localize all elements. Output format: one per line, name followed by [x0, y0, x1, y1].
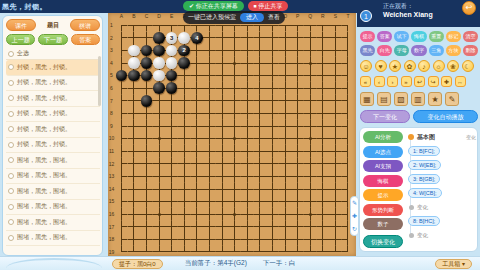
- board-point-B3[interactable]: [128, 44, 141, 57]
- prev-problem-button[interactable]: 上一题: [6, 34, 35, 45]
- board-point-D12[interactable]: [153, 158, 166, 171]
- ai-button-AI选点[interactable]: AI选点: [363, 146, 403, 158]
- board-point-A4[interactable]: [115, 57, 128, 70]
- board-point-O18[interactable]: [279, 233, 292, 246]
- board-point-N14[interactable]: [266, 183, 279, 196]
- problem-list-item[interactable]: 围堵，黑先，围堵。: [6, 169, 100, 185]
- board-point-G4[interactable]: [191, 57, 204, 70]
- board-point-Q16[interactable]: [304, 208, 317, 221]
- move-node[interactable]: 3: B[GB];: [408, 174, 440, 184]
- board-point-C8[interactable]: [140, 107, 153, 120]
- board-point-E10[interactable]: [165, 132, 178, 145]
- board-point-T9[interactable]: [342, 120, 355, 133]
- board-point-H3[interactable]: [203, 44, 216, 57]
- board-point-E7[interactable]: [165, 95, 178, 108]
- board-point-A9[interactable]: [115, 120, 128, 133]
- board-point-E3[interactable]: [165, 44, 178, 57]
- board-point-T6[interactable]: [342, 82, 355, 95]
- board-point-G6[interactable]: [191, 82, 204, 95]
- board-point-F5[interactable]: [178, 69, 191, 82]
- board-point-K18[interactable]: [228, 233, 241, 246]
- board-point-O3[interactable]: [279, 44, 292, 57]
- board-point-C18[interactable]: [140, 233, 153, 246]
- board-point-L3[interactable]: [241, 44, 254, 57]
- board-point-D11[interactable]: [153, 145, 166, 158]
- board-point-M2[interactable]: [254, 32, 267, 45]
- board-point-H16[interactable]: [203, 208, 216, 221]
- board-point-P15[interactable]: [291, 195, 304, 208]
- board-point-E18[interactable]: [165, 233, 178, 246]
- board-point-L17[interactable]: [241, 221, 254, 234]
- board-point-S8[interactable]: [329, 107, 342, 120]
- board-point-M10[interactable]: [254, 132, 267, 145]
- board-point-C1[interactable]: [140, 19, 153, 32]
- emoji-button-0[interactable]: ☺: [360, 60, 372, 72]
- ai-button-提示[interactable]: 提示: [363, 189, 403, 201]
- board-point-A12[interactable]: [115, 158, 128, 171]
- board-point-C14[interactable]: [140, 183, 153, 196]
- board-point-G8[interactable]: [191, 107, 204, 120]
- board-point-D5[interactable]: [153, 69, 166, 82]
- board-point-K15[interactable]: [228, 195, 241, 208]
- board-point-B11[interactable]: [128, 145, 141, 158]
- problem-checkbox[interactable]: [8, 188, 14, 194]
- board-point-L8[interactable]: [241, 107, 254, 120]
- board-point-T10[interactable]: [342, 132, 355, 145]
- board-point-B17[interactable]: [128, 221, 141, 234]
- board-point-F2[interactable]: [178, 32, 191, 45]
- problem-checkbox[interactable]: [8, 204, 14, 210]
- board-point-R9[interactable]: [317, 120, 330, 133]
- board-point-C11[interactable]: [140, 145, 153, 158]
- board-point-N4[interactable]: [266, 57, 279, 70]
- board-point-E17[interactable]: [165, 221, 178, 234]
- board-point-J17[interactable]: [216, 221, 229, 234]
- tool-button-提示[interactable]: 提示: [360, 31, 375, 42]
- board-point-M9[interactable]: [254, 120, 267, 133]
- board-point-J5[interactable]: [216, 69, 229, 82]
- board-point-E4[interactable]: [165, 57, 178, 70]
- board-point-F13[interactable]: [178, 170, 191, 183]
- tool-button-重置[interactable]: 重置: [429, 31, 444, 42]
- board-point-N18[interactable]: [266, 233, 279, 246]
- board-point-K12[interactable]: [228, 158, 241, 171]
- board-point-H17[interactable]: [203, 221, 216, 234]
- board-point-F10[interactable]: [178, 132, 191, 145]
- board-point-P4[interactable]: [291, 57, 304, 70]
- board-point-Q17[interactable]: [304, 221, 317, 234]
- board-point-F7[interactable]: [178, 95, 191, 108]
- board-point-R17[interactable]: [317, 221, 330, 234]
- board-point-D14[interactable]: [153, 183, 166, 196]
- board-point-G5[interactable]: [191, 69, 204, 82]
- board-point-T1[interactable]: [342, 19, 355, 32]
- board-point-R2[interactable]: [317, 32, 330, 45]
- wood-button-0[interactable]: ▦: [360, 92, 374, 106]
- board-point-P7[interactable]: [291, 95, 304, 108]
- board-point-B8[interactable]: [128, 107, 141, 120]
- problem-list-item[interactable]: 围堵，黑先，围堵。: [6, 215, 100, 231]
- board-point-G17[interactable]: [191, 221, 204, 234]
- problem-list-item[interactable]: 封锁，黑先，封锁。: [6, 138, 100, 154]
- board-point-Q5[interactable]: [304, 69, 317, 82]
- move-node[interactable]: 1: B[FC];: [408, 146, 440, 156]
- wood-button-5[interactable]: ✎: [445, 92, 459, 106]
- board-point-H18[interactable]: [203, 233, 216, 246]
- emoji-button-4[interactable]: ♪: [418, 60, 430, 72]
- board-point-L7[interactable]: [241, 95, 254, 108]
- board-point-S17[interactable]: [329, 221, 342, 234]
- board-point-G12[interactable]: [191, 158, 204, 171]
- problem-checkbox[interactable]: [8, 173, 14, 179]
- board-point-N6[interactable]: [266, 82, 279, 95]
- problem-checkbox[interactable]: [8, 157, 14, 163]
- board-point-L4[interactable]: [241, 57, 254, 70]
- board-point-K10[interactable]: [228, 132, 241, 145]
- wood-button-1[interactable]: ▤: [377, 92, 391, 106]
- board-point-O11[interactable]: [279, 145, 292, 158]
- board-point-O12[interactable]: [279, 158, 292, 171]
- problem-checkbox[interactable]: [8, 126, 14, 132]
- board-point-M13[interactable]: [254, 170, 267, 183]
- board-point-F3[interactable]: 2: [178, 44, 191, 57]
- board-point-G15[interactable]: [191, 195, 204, 208]
- nav-button-0[interactable]: «: [360, 76, 371, 87]
- board-point-C16[interactable]: [140, 208, 153, 221]
- board-point-N8[interactable]: [266, 107, 279, 120]
- board-point-B6[interactable]: [128, 82, 141, 95]
- board-point-C5[interactable]: [140, 69, 153, 82]
- board-point-G3[interactable]: [191, 44, 204, 57]
- board-point-L10[interactable]: [241, 132, 254, 145]
- board-point-Q6[interactable]: [304, 82, 317, 95]
- board-point-T2[interactable]: [342, 32, 355, 45]
- board-point-C4[interactable]: [140, 57, 153, 70]
- move-node[interactable]: 8: B[HC];: [408, 216, 440, 226]
- emoji-button-2[interactable]: ★: [389, 60, 401, 72]
- board-point-J9[interactable]: [216, 120, 229, 133]
- board-point-D1[interactable]: [153, 19, 166, 32]
- board-point-O10[interactable]: [279, 132, 292, 145]
- board-point-C3[interactable]: [140, 44, 153, 57]
- board-point-R13[interactable]: [317, 170, 330, 183]
- board-point-B1[interactable]: [128, 19, 141, 32]
- problem-list-item[interactable]: 围堵，黑先，围堵。: [6, 231, 100, 247]
- board-point-N10[interactable]: [266, 132, 279, 145]
- board-point-A6[interactable]: [115, 82, 128, 95]
- board-point-P10[interactable]: [291, 132, 304, 145]
- problem-checkbox[interactable]: [8, 235, 14, 241]
- ai-button-AI分析[interactable]: AI分析: [363, 131, 403, 143]
- nav-button-4[interactable]: ↩: [414, 76, 425, 87]
- board-point-J7[interactable]: [216, 95, 229, 108]
- board-point-J8[interactable]: [216, 107, 229, 120]
- board-point-J16[interactable]: [216, 208, 229, 221]
- board-point-R7[interactable]: [317, 95, 330, 108]
- board-point-M16[interactable]: [254, 208, 267, 221]
- board-point-S12[interactable]: [329, 158, 342, 171]
- tool-button-悔棋[interactable]: 悔棋: [411, 31, 426, 42]
- board-point-D3[interactable]: [153, 44, 166, 57]
- board-point-Q7[interactable]: [304, 95, 317, 108]
- board-point-F18[interactable]: [178, 233, 191, 246]
- tool-button-答案[interactable]: 答案: [377, 31, 392, 42]
- board-point-S11[interactable]: [329, 145, 342, 158]
- board-point-J14[interactable]: [216, 183, 229, 196]
- ai-button-数子[interactable]: 数子: [363, 218, 403, 230]
- tool-button-数字[interactable]: 数字: [411, 45, 426, 56]
- board-point-N9[interactable]: [266, 120, 279, 133]
- board-point-L12[interactable]: [241, 158, 254, 171]
- board-point-F6[interactable]: [178, 82, 191, 95]
- tool-button-标记[interactable]: 标记: [446, 31, 461, 42]
- board-point-G16[interactable]: [191, 208, 204, 221]
- board-point-O6[interactable]: [279, 82, 292, 95]
- board-point-S6[interactable]: [329, 82, 342, 95]
- board-point-S13[interactable]: [329, 170, 342, 183]
- wood-button-3[interactable]: ▥: [411, 92, 425, 106]
- problem-checkbox[interactable]: [8, 219, 14, 225]
- board-point-E6[interactable]: [165, 82, 178, 95]
- board-point-A10[interactable]: [115, 132, 128, 145]
- board-point-N2[interactable]: [266, 32, 279, 45]
- board-point-A17[interactable]: [115, 221, 128, 234]
- board-point-N13[interactable]: [266, 170, 279, 183]
- board-point-A3[interactable]: [115, 44, 128, 57]
- tool-button-清空[interactable]: 清空: [463, 31, 478, 42]
- board-point-E11[interactable]: [165, 145, 178, 158]
- board-point-S15[interactable]: [329, 195, 342, 208]
- board-point-P14[interactable]: [291, 183, 304, 196]
- board-point-H15[interactable]: [203, 195, 216, 208]
- problem-checkbox[interactable]: [8, 142, 14, 148]
- board-point-R1[interactable]: [317, 19, 330, 32]
- board-point-K6[interactable]: [228, 82, 241, 95]
- board-point-F16[interactable]: [178, 208, 191, 221]
- board-point-O15[interactable]: [279, 195, 292, 208]
- board-point-K5[interactable]: [228, 69, 241, 82]
- board-point-J11[interactable]: [216, 145, 229, 158]
- board-point-S5[interactable]: [329, 69, 342, 82]
- board-point-N11[interactable]: [266, 145, 279, 158]
- board-point-L2[interactable]: [241, 32, 254, 45]
- board-point-Q1[interactable]: [304, 19, 317, 32]
- nav-button-2[interactable]: ›: [387, 76, 398, 87]
- board-point-Q11[interactable]: [304, 145, 317, 158]
- wood-button-4[interactable]: ★: [428, 92, 442, 106]
- board-point-O9[interactable]: [279, 120, 292, 133]
- board-point-R4[interactable]: [317, 57, 330, 70]
- board-point-P8[interactable]: [291, 107, 304, 120]
- board-point-O14[interactable]: [279, 183, 292, 196]
- board-point-T14[interactable]: [342, 183, 355, 196]
- board-point-T11[interactable]: [342, 145, 355, 158]
- board-point-K7[interactable]: [228, 95, 241, 108]
- board-point-M12[interactable]: [254, 158, 267, 171]
- board-point-K11[interactable]: [228, 145, 241, 158]
- board-point-P6[interactable]: [291, 82, 304, 95]
- stop-share-button[interactable]: ⏹ 停止共享: [248, 1, 289, 11]
- board-point-F12[interactable]: [178, 158, 191, 171]
- board-point-F15[interactable]: [178, 195, 191, 208]
- nav-button-1[interactable]: ‹: [374, 76, 385, 87]
- problem-list-item[interactable]: 围堵，黑先，围堵。: [6, 200, 100, 216]
- board-point-K8[interactable]: [228, 107, 241, 120]
- board-point-Q3[interactable]: [304, 44, 317, 57]
- board-point-R10[interactable]: [317, 132, 330, 145]
- board-point-H13[interactable]: [203, 170, 216, 183]
- board-point-M8[interactable]: [254, 107, 267, 120]
- board-point-B9[interactable]: [128, 120, 141, 133]
- board-point-O8[interactable]: [279, 107, 292, 120]
- board-point-A1[interactable]: [115, 19, 128, 32]
- problem-list-item[interactable]: 封锁，黑先，封锁。: [6, 76, 100, 92]
- board-point-M4[interactable]: [254, 57, 267, 70]
- board-point-A11[interactable]: [115, 145, 128, 158]
- sidebar-scrollbar[interactable]: [98, 56, 101, 106]
- board-point-Q9[interactable]: [304, 120, 317, 133]
- board-point-L5[interactable]: [241, 69, 254, 82]
- board-point-S10[interactable]: [329, 132, 342, 145]
- board-point-P3[interactable]: [291, 44, 304, 57]
- board-point-O5[interactable]: [279, 69, 292, 82]
- board-point-D9[interactable]: [153, 120, 166, 133]
- board-point-C17[interactable]: [140, 221, 153, 234]
- floating-tool-strip[interactable]: ✎ ✚ ↻: [350, 196, 359, 236]
- board-point-C9[interactable]: [140, 120, 153, 133]
- board-point-M18[interactable]: [254, 233, 267, 246]
- board-point-P12[interactable]: [291, 158, 304, 171]
- tab-kifu[interactable]: 棋谱: [70, 19, 100, 31]
- board-point-H11[interactable]: [203, 145, 216, 158]
- emoji-button-7[interactable]: ☾: [462, 60, 474, 72]
- tool-button-三角[interactable]: 三角: [429, 45, 444, 56]
- board-point-T4[interactable]: [342, 57, 355, 70]
- board-point-D15[interactable]: [153, 195, 166, 208]
- board-point-A18[interactable]: [115, 233, 128, 246]
- board-point-M15[interactable]: [254, 195, 267, 208]
- tool-button-方块[interactable]: 方块: [446, 45, 461, 56]
- board-point-B2[interactable]: [128, 32, 141, 45]
- board-point-R8[interactable]: [317, 107, 330, 120]
- view-button[interactable]: 查看: [268, 13, 280, 22]
- board-point-A15[interactable]: [115, 195, 128, 208]
- board-point-P11[interactable]: [291, 145, 304, 158]
- board-point-D6[interactable]: [153, 82, 166, 95]
- board-point-D18[interactable]: [153, 233, 166, 246]
- board-point-M7[interactable]: [254, 95, 267, 108]
- tool-button-删除[interactable]: 删除: [463, 45, 478, 56]
- board-point-D13[interactable]: [153, 170, 166, 183]
- board-point-R14[interactable]: [317, 183, 330, 196]
- ai-button-悔棋[interactable]: 悔棋: [363, 175, 403, 187]
- tool-button-白先[interactable]: 白先: [377, 45, 392, 56]
- board-point-G2[interactable]: 4: [191, 32, 204, 45]
- ai-button-AI支招[interactable]: AI支招: [363, 160, 403, 172]
- board-point-B14[interactable]: [128, 183, 141, 196]
- board-point-Q2[interactable]: [304, 32, 317, 45]
- move-node[interactable]: 2: W[EB];: [408, 160, 441, 170]
- board-point-G18[interactable]: [191, 233, 204, 246]
- board-point-F9[interactable]: [178, 120, 191, 133]
- board-point-D10[interactable]: [153, 132, 166, 145]
- go-board[interactable]: 342 ABCDEFGHJKLMNOPQRST12345678910111213…: [108, 13, 356, 256]
- board-point-C2[interactable]: [140, 32, 153, 45]
- board-point-N5[interactable]: [266, 69, 279, 82]
- tab-courseware[interactable]: 课件: [6, 19, 36, 31]
- board-point-R3[interactable]: [317, 44, 330, 57]
- board-point-N17[interactable]: [266, 221, 279, 234]
- board-point-B5[interactable]: [128, 69, 141, 82]
- board-point-S4[interactable]: [329, 57, 342, 70]
- board-point-G9[interactable]: [191, 120, 204, 133]
- board-point-P1[interactable]: [291, 19, 304, 32]
- board-point-H2[interactable]: [203, 32, 216, 45]
- board-point-R11[interactable]: [317, 145, 330, 158]
- board-point-S16[interactable]: [329, 208, 342, 221]
- move-node[interactable]: 4: W[CB];: [408, 188, 442, 198]
- board-point-S18[interactable]: [329, 233, 342, 246]
- board-point-T13[interactable]: [342, 170, 355, 183]
- board-point-Q4[interactable]: [304, 57, 317, 70]
- board-point-T8[interactable]: [342, 107, 355, 120]
- board-point-S14[interactable]: [329, 183, 342, 196]
- refresh-icon[interactable]: ↻: [352, 226, 357, 232]
- board-point-F17[interactable]: [178, 221, 191, 234]
- board-point-B15[interactable]: [128, 195, 141, 208]
- board-point-C13[interactable]: [140, 170, 153, 183]
- board-point-A2[interactable]: [115, 32, 128, 45]
- board-point-Q15[interactable]: [304, 195, 317, 208]
- board-point-F11[interactable]: [178, 145, 191, 158]
- board-point-E12[interactable]: [165, 158, 178, 171]
- problem-checkbox[interactable]: [8, 95, 14, 101]
- board-point-H10[interactable]: [203, 132, 216, 145]
- board-point-M17[interactable]: [254, 221, 267, 234]
- nav-button-7[interactable]: ↔: [455, 76, 466, 87]
- tab-problems[interactable]: 题目: [39, 19, 67, 31]
- problem-list-item[interactable]: 围堵，黑先，围堵。: [6, 184, 100, 200]
- emoji-button-1[interactable]: ♥: [375, 60, 387, 72]
- board-point-B18[interactable]: [128, 233, 141, 246]
- problem-list-item[interactable]: 封锁，黑先，封锁。: [6, 60, 100, 76]
- board-point-B13[interactable]: [128, 170, 141, 183]
- problem-list-item[interactable]: 封锁，黑先，封锁。: [6, 107, 100, 123]
- board-point-S1[interactable]: [329, 19, 342, 32]
- board-point-A13[interactable]: [115, 170, 128, 183]
- board-point-O7[interactable]: [279, 95, 292, 108]
- board-point-J15[interactable]: [216, 195, 229, 208]
- board-point-H4[interactable]: [203, 57, 216, 70]
- notification-badge[interactable]: 1: [360, 10, 372, 22]
- board-point-C12[interactable]: [140, 158, 153, 171]
- problem-checkbox[interactable]: [8, 111, 14, 117]
- board-point-H7[interactable]: [203, 95, 216, 108]
- board-point-R6[interactable]: [317, 82, 330, 95]
- board-point-T5[interactable]: [342, 69, 355, 82]
- board-point-G13[interactable]: [191, 170, 204, 183]
- board-point-N7[interactable]: [266, 95, 279, 108]
- board-point-H8[interactable]: [203, 107, 216, 120]
- board-point-P13[interactable]: [291, 170, 304, 183]
- board-point-D16[interactable]: [153, 208, 166, 221]
- board-point-K3[interactable]: [228, 44, 241, 57]
- tool-button-黑先[interactable]: 黑先: [360, 45, 375, 56]
- toolbox-button[interactable]: 工具箱 ▾: [435, 259, 472, 269]
- board-point-B7[interactable]: [128, 95, 141, 108]
- board-point-C15[interactable]: [140, 195, 153, 208]
- board-point-N12[interactable]: [266, 158, 279, 171]
